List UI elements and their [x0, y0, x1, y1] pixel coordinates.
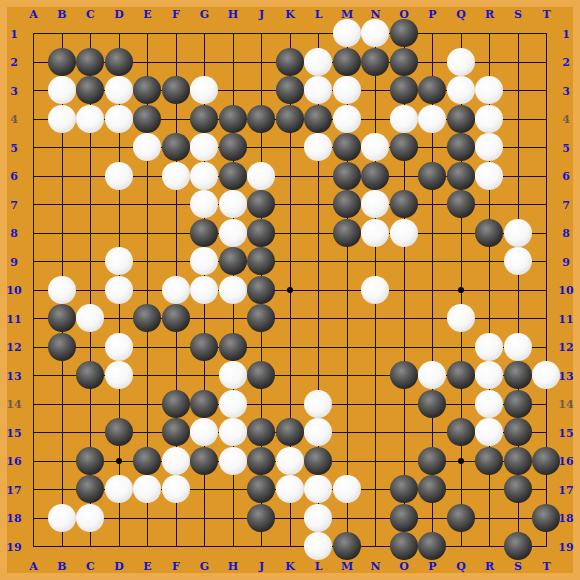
point-R13[interactable] [475, 361, 504, 390]
point-S8[interactable] [503, 218, 532, 247]
point-E8[interactable] [133, 218, 162, 247]
point-B15[interactable] [47, 418, 76, 447]
point-B19[interactable] [47, 532, 76, 561]
point-K2[interactable] [275, 47, 304, 76]
point-M2[interactable] [332, 47, 361, 76]
point-E16[interactable] [133, 446, 162, 475]
point-L3[interactable] [304, 76, 333, 105]
point-M14[interactable] [332, 389, 361, 418]
point-H13[interactable] [218, 361, 247, 390]
point-F14[interactable] [161, 389, 190, 418]
point-L15[interactable] [304, 418, 333, 447]
point-A10[interactable] [19, 275, 48, 304]
point-R10[interactable] [475, 275, 504, 304]
point-O19[interactable] [389, 532, 418, 561]
point-P18[interactable] [418, 503, 447, 532]
point-R4[interactable] [475, 104, 504, 133]
point-Q6[interactable] [446, 161, 475, 190]
point-D17[interactable] [104, 475, 133, 504]
point-S17[interactable] [503, 475, 532, 504]
point-H10[interactable] [218, 275, 247, 304]
point-E2[interactable] [133, 47, 162, 76]
point-Q4[interactable] [446, 104, 475, 133]
point-C10[interactable] [76, 275, 105, 304]
point-D18[interactable] [104, 503, 133, 532]
point-K7[interactable] [275, 190, 304, 219]
point-T9[interactable] [532, 247, 561, 276]
point-D10[interactable] [104, 275, 133, 304]
point-F11[interactable] [161, 304, 190, 333]
point-F1[interactable] [161, 19, 190, 48]
point-M15[interactable] [332, 418, 361, 447]
point-E4[interactable] [133, 104, 162, 133]
point-N17[interactable] [361, 475, 390, 504]
point-H16[interactable] [218, 446, 247, 475]
point-J13[interactable] [247, 361, 276, 390]
point-B8[interactable] [47, 218, 76, 247]
point-T15[interactable] [532, 418, 561, 447]
point-F7[interactable] [161, 190, 190, 219]
point-E7[interactable] [133, 190, 162, 219]
point-O15[interactable] [389, 418, 418, 447]
point-N12[interactable] [361, 332, 390, 361]
point-T6[interactable] [532, 161, 561, 190]
point-C6[interactable] [76, 161, 105, 190]
point-K15[interactable] [275, 418, 304, 447]
point-R9[interactable] [475, 247, 504, 276]
point-B9[interactable] [47, 247, 76, 276]
point-P9[interactable] [418, 247, 447, 276]
point-J3[interactable] [247, 76, 276, 105]
point-R18[interactable] [475, 503, 504, 532]
point-G14[interactable] [190, 389, 219, 418]
point-C17[interactable] [76, 475, 105, 504]
point-R2[interactable] [475, 47, 504, 76]
point-M16[interactable] [332, 446, 361, 475]
point-T5[interactable] [532, 133, 561, 162]
point-M17[interactable] [332, 475, 361, 504]
point-Q2[interactable] [446, 47, 475, 76]
point-Q16[interactable] [446, 446, 475, 475]
point-F18[interactable] [161, 503, 190, 532]
point-T7[interactable] [532, 190, 561, 219]
point-J11[interactable] [247, 304, 276, 333]
point-S5[interactable] [503, 133, 532, 162]
point-J19[interactable] [247, 532, 276, 561]
point-O13[interactable] [389, 361, 418, 390]
point-T3[interactable] [532, 76, 561, 105]
point-F10[interactable] [161, 275, 190, 304]
point-H5[interactable] [218, 133, 247, 162]
point-C13[interactable] [76, 361, 105, 390]
point-R15[interactable] [475, 418, 504, 447]
point-T2[interactable] [532, 47, 561, 76]
point-Q10[interactable] [446, 275, 475, 304]
point-H15[interactable] [218, 418, 247, 447]
point-N2[interactable] [361, 47, 390, 76]
point-O8[interactable] [389, 218, 418, 247]
point-E19[interactable] [133, 532, 162, 561]
point-E10[interactable] [133, 275, 162, 304]
point-P7[interactable] [418, 190, 447, 219]
point-H8[interactable] [218, 218, 247, 247]
point-G11[interactable] [190, 304, 219, 333]
point-R7[interactable] [475, 190, 504, 219]
point-O14[interactable] [389, 389, 418, 418]
point-J9[interactable] [247, 247, 276, 276]
point-A6[interactable] [19, 161, 48, 190]
point-O4[interactable] [389, 104, 418, 133]
point-E9[interactable] [133, 247, 162, 276]
point-N11[interactable] [361, 304, 390, 333]
point-C11[interactable] [76, 304, 105, 333]
point-R16[interactable] [475, 446, 504, 475]
point-H1[interactable] [218, 19, 247, 48]
point-H12[interactable] [218, 332, 247, 361]
point-C18[interactable] [76, 503, 105, 532]
point-A11[interactable] [19, 304, 48, 333]
point-K18[interactable] [275, 503, 304, 532]
point-G13[interactable] [190, 361, 219, 390]
point-A3[interactable] [19, 76, 48, 105]
point-N9[interactable] [361, 247, 390, 276]
point-D16[interactable] [104, 446, 133, 475]
point-A8[interactable] [19, 218, 48, 247]
point-H4[interactable] [218, 104, 247, 133]
point-L18[interactable] [304, 503, 333, 532]
point-O3[interactable] [389, 76, 418, 105]
point-A7[interactable] [19, 190, 48, 219]
point-H14[interactable] [218, 389, 247, 418]
point-K8[interactable] [275, 218, 304, 247]
point-P17[interactable] [418, 475, 447, 504]
point-J7[interactable] [247, 190, 276, 219]
point-L8[interactable] [304, 218, 333, 247]
point-D5[interactable] [104, 133, 133, 162]
point-D13[interactable] [104, 361, 133, 390]
point-S13[interactable] [503, 361, 532, 390]
point-K17[interactable] [275, 475, 304, 504]
point-C3[interactable] [76, 76, 105, 105]
point-P6[interactable] [418, 161, 447, 190]
point-Q14[interactable] [446, 389, 475, 418]
point-L13[interactable] [304, 361, 333, 390]
point-O17[interactable] [389, 475, 418, 504]
point-R17[interactable] [475, 475, 504, 504]
point-T12[interactable] [532, 332, 561, 361]
point-G12[interactable] [190, 332, 219, 361]
point-S14[interactable] [503, 389, 532, 418]
point-K19[interactable] [275, 532, 304, 561]
point-P10[interactable] [418, 275, 447, 304]
point-F13[interactable] [161, 361, 190, 390]
point-R19[interactable] [475, 532, 504, 561]
point-K11[interactable] [275, 304, 304, 333]
point-O10[interactable] [389, 275, 418, 304]
point-G19[interactable] [190, 532, 219, 561]
point-C2[interactable] [76, 47, 105, 76]
point-R14[interactable] [475, 389, 504, 418]
point-O9[interactable] [389, 247, 418, 276]
point-M19[interactable] [332, 532, 361, 561]
point-P13[interactable] [418, 361, 447, 390]
point-T11[interactable] [532, 304, 561, 333]
point-P15[interactable] [418, 418, 447, 447]
point-Q15[interactable] [446, 418, 475, 447]
point-S7[interactable] [503, 190, 532, 219]
point-M13[interactable] [332, 361, 361, 390]
point-C16[interactable] [76, 446, 105, 475]
point-B17[interactable] [47, 475, 76, 504]
point-E15[interactable] [133, 418, 162, 447]
point-J10[interactable] [247, 275, 276, 304]
point-B12[interactable] [47, 332, 76, 361]
point-P12[interactable] [418, 332, 447, 361]
point-R8[interactable] [475, 218, 504, 247]
point-O12[interactable] [389, 332, 418, 361]
point-M8[interactable] [332, 218, 361, 247]
point-C19[interactable] [76, 532, 105, 561]
point-B16[interactable] [47, 446, 76, 475]
point-J5[interactable] [247, 133, 276, 162]
point-F6[interactable] [161, 161, 190, 190]
point-L14[interactable] [304, 389, 333, 418]
point-G7[interactable] [190, 190, 219, 219]
point-C1[interactable] [76, 19, 105, 48]
point-F4[interactable] [161, 104, 190, 133]
point-P16[interactable] [418, 446, 447, 475]
point-S10[interactable] [503, 275, 532, 304]
point-S16[interactable] [503, 446, 532, 475]
point-E1[interactable] [133, 19, 162, 48]
point-Q17[interactable] [446, 475, 475, 504]
point-D2[interactable] [104, 47, 133, 76]
point-F15[interactable] [161, 418, 190, 447]
point-M1[interactable] [332, 19, 361, 48]
point-C5[interactable] [76, 133, 105, 162]
point-O7[interactable] [389, 190, 418, 219]
point-J14[interactable] [247, 389, 276, 418]
point-A19[interactable] [19, 532, 48, 561]
point-K3[interactable] [275, 76, 304, 105]
point-S12[interactable] [503, 332, 532, 361]
point-D9[interactable] [104, 247, 133, 276]
point-D1[interactable] [104, 19, 133, 48]
point-T19[interactable] [532, 532, 561, 561]
point-M18[interactable] [332, 503, 361, 532]
point-N8[interactable] [361, 218, 390, 247]
point-N15[interactable] [361, 418, 390, 447]
point-H9[interactable] [218, 247, 247, 276]
point-G15[interactable] [190, 418, 219, 447]
point-B10[interactable] [47, 275, 76, 304]
point-H17[interactable] [218, 475, 247, 504]
point-A15[interactable] [19, 418, 48, 447]
point-K13[interactable] [275, 361, 304, 390]
point-B13[interactable] [47, 361, 76, 390]
point-J1[interactable] [247, 19, 276, 48]
point-H7[interactable] [218, 190, 247, 219]
point-C9[interactable] [76, 247, 105, 276]
point-T17[interactable] [532, 475, 561, 504]
point-B7[interactable] [47, 190, 76, 219]
point-D4[interactable] [104, 104, 133, 133]
point-S18[interactable] [503, 503, 532, 532]
point-G2[interactable] [190, 47, 219, 76]
point-A18[interactable] [19, 503, 48, 532]
point-Q13[interactable] [446, 361, 475, 390]
point-E14[interactable] [133, 389, 162, 418]
point-E18[interactable] [133, 503, 162, 532]
point-S4[interactable] [503, 104, 532, 133]
point-F16[interactable] [161, 446, 190, 475]
point-Q19[interactable] [446, 532, 475, 561]
point-R6[interactable] [475, 161, 504, 190]
point-G1[interactable] [190, 19, 219, 48]
point-N13[interactable] [361, 361, 390, 390]
point-E5[interactable] [133, 133, 162, 162]
point-T18[interactable] [532, 503, 561, 532]
point-M10[interactable] [332, 275, 361, 304]
point-K4[interactable] [275, 104, 304, 133]
point-K10[interactable] [275, 275, 304, 304]
point-E3[interactable] [133, 76, 162, 105]
point-F8[interactable] [161, 218, 190, 247]
point-S1[interactable] [503, 19, 532, 48]
point-H2[interactable] [218, 47, 247, 76]
point-N3[interactable] [361, 76, 390, 105]
point-E13[interactable] [133, 361, 162, 390]
point-G16[interactable] [190, 446, 219, 475]
point-A9[interactable] [19, 247, 48, 276]
point-S6[interactable] [503, 161, 532, 190]
point-M11[interactable] [332, 304, 361, 333]
point-K1[interactable] [275, 19, 304, 48]
point-A14[interactable] [19, 389, 48, 418]
point-A17[interactable] [19, 475, 48, 504]
point-C15[interactable] [76, 418, 105, 447]
point-L7[interactable] [304, 190, 333, 219]
point-D8[interactable] [104, 218, 133, 247]
point-M6[interactable] [332, 161, 361, 190]
point-G8[interactable] [190, 218, 219, 247]
point-N4[interactable] [361, 104, 390, 133]
point-D7[interactable] [104, 190, 133, 219]
point-D15[interactable] [104, 418, 133, 447]
point-H19[interactable] [218, 532, 247, 561]
point-C8[interactable] [76, 218, 105, 247]
point-L10[interactable] [304, 275, 333, 304]
point-O11[interactable] [389, 304, 418, 333]
point-A12[interactable] [19, 332, 48, 361]
point-A13[interactable] [19, 361, 48, 390]
point-D3[interactable] [104, 76, 133, 105]
point-S9[interactable] [503, 247, 532, 276]
point-N18[interactable] [361, 503, 390, 532]
point-H18[interactable] [218, 503, 247, 532]
point-L6[interactable] [304, 161, 333, 190]
point-T14[interactable] [532, 389, 561, 418]
point-G18[interactable] [190, 503, 219, 532]
point-L16[interactable] [304, 446, 333, 475]
point-J18[interactable] [247, 503, 276, 532]
point-L12[interactable] [304, 332, 333, 361]
point-F9[interactable] [161, 247, 190, 276]
point-P11[interactable] [418, 304, 447, 333]
point-L11[interactable] [304, 304, 333, 333]
point-O16[interactable] [389, 446, 418, 475]
point-N5[interactable] [361, 133, 390, 162]
point-N16[interactable] [361, 446, 390, 475]
point-B14[interactable] [47, 389, 76, 418]
point-C4[interactable] [76, 104, 105, 133]
point-B1[interactable] [47, 19, 76, 48]
point-T10[interactable] [532, 275, 561, 304]
point-F12[interactable] [161, 332, 190, 361]
point-A4[interactable] [19, 104, 48, 133]
point-B5[interactable] [47, 133, 76, 162]
point-D12[interactable] [104, 332, 133, 361]
point-B18[interactable] [47, 503, 76, 532]
point-P3[interactable] [418, 76, 447, 105]
point-T13[interactable] [532, 361, 561, 390]
point-N6[interactable] [361, 161, 390, 190]
point-Q11[interactable] [446, 304, 475, 333]
point-R1[interactable] [475, 19, 504, 48]
point-G10[interactable] [190, 275, 219, 304]
point-B2[interactable] [47, 47, 76, 76]
point-K6[interactable] [275, 161, 304, 190]
point-P5[interactable] [418, 133, 447, 162]
point-Q1[interactable] [446, 19, 475, 48]
point-A1[interactable] [19, 19, 48, 48]
point-C12[interactable] [76, 332, 105, 361]
point-T1[interactable] [532, 19, 561, 48]
point-E11[interactable] [133, 304, 162, 333]
point-T16[interactable] [532, 446, 561, 475]
point-F3[interactable] [161, 76, 190, 105]
point-C7[interactable] [76, 190, 105, 219]
point-S15[interactable] [503, 418, 532, 447]
point-L5[interactable] [304, 133, 333, 162]
point-J2[interactable] [247, 47, 276, 76]
point-D14[interactable] [104, 389, 133, 418]
point-D6[interactable] [104, 161, 133, 190]
point-G6[interactable] [190, 161, 219, 190]
point-M3[interactable] [332, 76, 361, 105]
point-S2[interactable] [503, 47, 532, 76]
point-S19[interactable] [503, 532, 532, 561]
point-F2[interactable] [161, 47, 190, 76]
point-N7[interactable] [361, 190, 390, 219]
point-Q9[interactable] [446, 247, 475, 276]
point-R12[interactable] [475, 332, 504, 361]
point-G4[interactable] [190, 104, 219, 133]
point-J6[interactable] [247, 161, 276, 190]
point-O18[interactable] [389, 503, 418, 532]
point-P4[interactable] [418, 104, 447, 133]
point-S11[interactable] [503, 304, 532, 333]
point-E17[interactable] [133, 475, 162, 504]
point-P14[interactable] [418, 389, 447, 418]
point-E12[interactable] [133, 332, 162, 361]
point-M4[interactable] [332, 104, 361, 133]
point-L4[interactable] [304, 104, 333, 133]
point-Q8[interactable] [446, 218, 475, 247]
point-G17[interactable] [190, 475, 219, 504]
point-M12[interactable] [332, 332, 361, 361]
point-M5[interactable] [332, 133, 361, 162]
